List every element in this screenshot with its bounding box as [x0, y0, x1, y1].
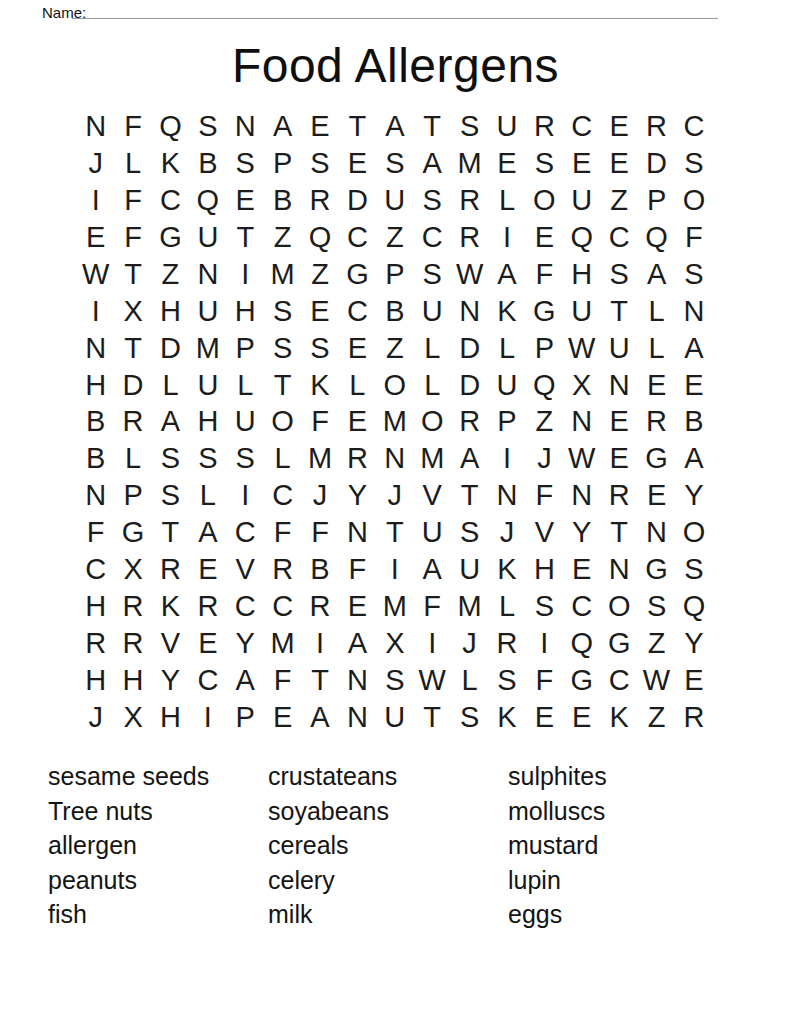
grid-cell-r4c10[interactable]: C — [414, 219, 451, 256]
grid-cell-r15c1[interactable]: R — [77, 625, 114, 662]
grid-cell-r16c6[interactable]: F — [264, 662, 301, 699]
grid-cell-r12c16[interactable]: N — [638, 514, 675, 551]
grid-cell-r3c13[interactable]: O — [526, 182, 563, 219]
word-list-item: sulphites — [508, 759, 607, 794]
grid-cell-r10c16[interactable]: G — [638, 440, 675, 477]
grid-cell-r1c2[interactable]: F — [114, 108, 151, 145]
grid-cell-r11c15[interactable]: R — [600, 477, 637, 514]
grid-cell-r5c13[interactable]: F — [526, 256, 563, 293]
grid-cell-r11c17[interactable]: Y — [675, 477, 712, 514]
grid-cell-r2c11[interactable]: M — [451, 145, 488, 182]
grid-cell-r4c8[interactable]: C — [339, 219, 376, 256]
grid-cell-r9c6[interactable]: O — [264, 404, 301, 441]
grid-cell-r10c5[interactable]: S — [227, 440, 264, 477]
grid-cell-r11c11[interactable]: T — [451, 477, 488, 514]
grid-cell-r15c5[interactable]: Y — [227, 625, 264, 662]
grid-cell-r15c8[interactable]: A — [339, 625, 376, 662]
grid-cell-r13c14[interactable]: E — [563, 551, 600, 588]
grid-cell-r16c13[interactable]: F — [526, 662, 563, 699]
grid-cell-r10c9[interactable]: N — [376, 440, 413, 477]
grid-cell-r5c12[interactable]: A — [488, 256, 525, 293]
grid-cell-r17c13[interactable]: E — [526, 699, 563, 736]
grid-cell-r15c17[interactable]: Y — [675, 625, 712, 662]
grid-cell-r11c16[interactable]: E — [638, 477, 675, 514]
grid-cell-r13c7[interactable]: B — [301, 551, 338, 588]
grid-cell-r7c14[interactable]: W — [563, 330, 600, 367]
grid-cell-r17c14[interactable]: E — [563, 699, 600, 736]
grid-cell-r12c5[interactable]: C — [227, 514, 264, 551]
grid-cell-r8c5[interactable]: L — [227, 367, 264, 404]
grid-cell-r14c6[interactable]: C — [264, 588, 301, 625]
grid-cell-r12c17[interactable]: O — [675, 514, 712, 551]
grid-cell-r5c2[interactable]: T — [114, 256, 151, 293]
grid-cell-r8c16[interactable]: E — [638, 367, 675, 404]
grid-cell-r6c15[interactable]: T — [600, 293, 637, 330]
grid-cell-r2c6[interactable]: P — [264, 145, 301, 182]
grid-cell-r11c10[interactable]: V — [414, 477, 451, 514]
grid-cell-r3c8[interactable]: D — [339, 182, 376, 219]
grid-cell-r7c8[interactable]: E — [339, 330, 376, 367]
grid-cell-r1c11[interactable]: S — [451, 108, 488, 145]
grid-cell-r1c7[interactable]: E — [301, 108, 338, 145]
grid-cell-r13c2[interactable]: X — [114, 551, 151, 588]
grid-cell-r4c13[interactable]: E — [526, 219, 563, 256]
grid-cell-r6c14[interactable]: U — [563, 293, 600, 330]
name-input-line[interactable] — [72, 18, 718, 19]
grid-cell-r17c10[interactable]: T — [414, 699, 451, 736]
grid-cell-r11c6[interactable]: C — [264, 477, 301, 514]
grid-cell-r10c13[interactable]: J — [526, 440, 563, 477]
grid-cell-r16c11[interactable]: L — [451, 662, 488, 699]
grid-cell-r2c7[interactable]: S — [301, 145, 338, 182]
grid-cell-r10c6[interactable]: L — [264, 440, 301, 477]
grid-cell-r9c13[interactable]: Z — [526, 404, 563, 441]
grid-cell-r17c1[interactable]: J — [77, 699, 114, 736]
grid-cell-r3c16[interactable]: P — [638, 182, 675, 219]
grid-cell-r5c17[interactable]: S — [675, 256, 712, 293]
grid-cell-r15c7[interactable]: I — [301, 625, 338, 662]
grid-cell-r5c15[interactable]: S — [600, 256, 637, 293]
grid-cell-r5c5[interactable]: I — [227, 256, 264, 293]
grid-cell-r17c11[interactable]: S — [451, 699, 488, 736]
grid-cell-r6c13[interactable]: G — [526, 293, 563, 330]
grid-cell-r4c2[interactable]: F — [114, 219, 151, 256]
grid-cell-r9c14[interactable]: N — [563, 404, 600, 441]
grid-cell-r6c4[interactable]: U — [189, 293, 226, 330]
grid-cell-r16c17[interactable]: E — [675, 662, 712, 699]
word-list-item: fish — [48, 897, 268, 932]
grid-cell-r4c17[interactable]: F — [675, 219, 712, 256]
grid-cell-r1c5[interactable]: N — [227, 108, 264, 145]
grid-cell-r12c1[interactable]: F — [77, 514, 114, 551]
grid-cell-r4c5[interactable]: T — [227, 219, 264, 256]
grid-cell-r5c4[interactable]: N — [189, 256, 226, 293]
grid-cell-r14c2[interactable]: R — [114, 588, 151, 625]
grid-cell-r9c15[interactable]: E — [600, 404, 637, 441]
grid-cell-r6c12[interactable]: K — [488, 293, 525, 330]
grid-cell-r9c5[interactable]: U — [227, 404, 264, 441]
grid-cell-r13c10[interactable]: A — [414, 551, 451, 588]
grid-cell-r11c9[interactable]: J — [376, 477, 413, 514]
grid-cell-r6c1[interactable]: I — [77, 293, 114, 330]
grid-cell-r8c15[interactable]: N — [600, 367, 637, 404]
grid-cell-r3c17[interactable]: O — [675, 182, 712, 219]
grid-cell-r7c2[interactable]: T — [114, 330, 151, 367]
grid-cell-r9c1[interactable]: B — [77, 404, 114, 441]
grid-cell-r1c8[interactable]: T — [339, 108, 376, 145]
grid-cell-r17c5[interactable]: P — [227, 699, 264, 736]
grid-cell-r12c9[interactable]: T — [376, 514, 413, 551]
grid-cell-r3c5[interactable]: E — [227, 182, 264, 219]
grid-cell-r10c12[interactable]: I — [488, 440, 525, 477]
grid-cell-r11c7[interactable]: J — [301, 477, 338, 514]
word-list-item: crustateans — [268, 759, 508, 794]
grid-cell-r10c11[interactable]: A — [451, 440, 488, 477]
grid-cell-r14c16[interactable]: S — [638, 588, 675, 625]
grid-cell-r8c6[interactable]: T — [264, 367, 301, 404]
grid-cell-r8c7[interactable]: K — [301, 367, 338, 404]
grid-cell-r5c7[interactable]: Z — [301, 256, 338, 293]
grid-cell-r10c7[interactable]: M — [301, 440, 338, 477]
grid-cell-r17c6[interactable]: E — [264, 699, 301, 736]
grid-cell-r15c6[interactable]: M — [264, 625, 301, 662]
grid-cell-r1c10[interactable]: T — [414, 108, 451, 145]
word-list-item: cereals — [268, 828, 508, 863]
grid-cell-r17c16[interactable]: Z — [638, 699, 675, 736]
grid-cell-r4c16[interactable]: Q — [638, 219, 675, 256]
grid-cell-r5c1[interactable]: W — [77, 256, 114, 293]
grid-cell-r16c7[interactable]: T — [301, 662, 338, 699]
word-list-item: celery — [268, 863, 508, 898]
grid-cell-r14c3[interactable]: K — [152, 588, 189, 625]
grid-cell-r2c15[interactable]: E — [600, 145, 637, 182]
grid-cell-r15c3[interactable]: V — [152, 625, 189, 662]
grid-cell-r3c4[interactable]: Q — [189, 182, 226, 219]
grid-cell-r8c3[interactable]: L — [152, 367, 189, 404]
grid-cell-r7c15[interactable]: U — [600, 330, 637, 367]
grid-cell-r16c8[interactable]: N — [339, 662, 376, 699]
grid-cell-r7c12[interactable]: L — [488, 330, 525, 367]
grid-cell-r10c1[interactable]: B — [77, 440, 114, 477]
grid-cell-r8c1[interactable]: H — [77, 367, 114, 404]
grid-cell-r3c3[interactable]: C — [152, 182, 189, 219]
grid-cell-r5c16[interactable]: A — [638, 256, 675, 293]
grid-cell-r15c10[interactable]: I — [414, 625, 451, 662]
grid-cell-r13c13[interactable]: H — [526, 551, 563, 588]
grid-cell-r10c10[interactable]: M — [414, 440, 451, 477]
grid-cell-r9c16[interactable]: R — [638, 404, 675, 441]
grid-cell-r9c9[interactable]: M — [376, 404, 413, 441]
grid-cell-r4c15[interactable]: C — [600, 219, 637, 256]
grid-cell-r8c14[interactable]: X — [563, 367, 600, 404]
grid-cell-r15c11[interactable]: J — [451, 625, 488, 662]
grid-cell-r1c1[interactable]: N — [77, 108, 114, 145]
word-list-item: milk — [268, 897, 508, 932]
grid-cell-r6c2[interactable]: X — [114, 293, 151, 330]
grid-cell-r4c9[interactable]: Z — [376, 219, 413, 256]
grid-cell-r13c1[interactable]: C — [77, 551, 114, 588]
grid-cell-r1c4[interactable]: S — [189, 108, 226, 145]
grid-cell-r5c11[interactable]: W — [451, 256, 488, 293]
grid-cell-r16c2[interactable]: H — [114, 662, 151, 699]
grid-cell-r7c10[interactable]: L — [414, 330, 451, 367]
grid-cell-r14c11[interactable]: M — [451, 588, 488, 625]
word-list: sesame seedsTree nutsallergenpeanutsfish… — [48, 759, 607, 932]
grid-cell-r11c14[interactable]: N — [563, 477, 600, 514]
grid-cell-r9c4[interactable]: H — [189, 404, 226, 441]
grid-cell-r2c12[interactable]: E — [488, 145, 525, 182]
grid-cell-r10c8[interactable]: R — [339, 440, 376, 477]
grid-cell-r13c6[interactable]: R — [264, 551, 301, 588]
grid-cell-r1c17[interactable]: C — [675, 108, 712, 145]
grid-cell-r1c6[interactable]: A — [264, 108, 301, 145]
grid-cell-r6c9[interactable]: B — [376, 293, 413, 330]
grid-cell-r9c17[interactable]: B — [675, 404, 712, 441]
grid-cell-r15c15[interactable]: G — [600, 625, 637, 662]
grid-cell-r9c11[interactable]: R — [451, 404, 488, 441]
grid-cell-r4c4[interactable]: U — [189, 219, 226, 256]
grid-cell-r13c4[interactable]: E — [189, 551, 226, 588]
grid-cell-r6c3[interactable]: H — [152, 293, 189, 330]
grid-cell-r11c12[interactable]: N — [488, 477, 525, 514]
grid-cell-r17c17[interactable]: R — [675, 699, 712, 736]
grid-cell-r8c12[interactable]: U — [488, 367, 525, 404]
grid-cell-r2c14[interactable]: E — [563, 145, 600, 182]
grid-cell-r8c9[interactable]: O — [376, 367, 413, 404]
grid-cell-r17c15[interactable]: K — [600, 699, 637, 736]
grid-cell-r2c3[interactable]: K — [152, 145, 189, 182]
grid-cell-r10c14[interactable]: W — [563, 440, 600, 477]
grid-cell-r15c9[interactable]: X — [376, 625, 413, 662]
grid-cell-r3c2[interactable]: F — [114, 182, 151, 219]
grid-cell-r7c13[interactable]: P — [526, 330, 563, 367]
grid-cell-r3c9[interactable]: U — [376, 182, 413, 219]
grid-cell-r12c12[interactable]: J — [488, 514, 525, 551]
grid-cell-r16c12[interactable]: S — [488, 662, 525, 699]
grid-cell-r17c3[interactable]: H — [152, 699, 189, 736]
grid-cell-r11c3[interactable]: S — [152, 477, 189, 514]
grid-cell-r5c14[interactable]: H — [563, 256, 600, 293]
grid-cell-r13c17[interactable]: S — [675, 551, 712, 588]
grid-cell-r7c1[interactable]: N — [77, 330, 114, 367]
grid-cell-r14c13[interactable]: S — [526, 588, 563, 625]
grid-cell-r14c10[interactable]: F — [414, 588, 451, 625]
grid-cell-r11c1[interactable]: N — [77, 477, 114, 514]
grid-cell-r12c10[interactable]: U — [414, 514, 451, 551]
grid-cell-r13c5[interactable]: V — [227, 551, 264, 588]
grid-cell-r15c2[interactable]: R — [114, 625, 151, 662]
grid-cell-r5c8[interactable]: G — [339, 256, 376, 293]
grid-cell-r14c14[interactable]: C — [563, 588, 600, 625]
grid-cell-r13c12[interactable]: K — [488, 551, 525, 588]
grid-cell-r3c10[interactable]: S — [414, 182, 451, 219]
grid-cell-r14c4[interactable]: R — [189, 588, 226, 625]
word-list-item: sesame seeds — [48, 759, 268, 794]
grid-cell-r15c4[interactable]: E — [189, 625, 226, 662]
grid-cell-r1c16[interactable]: R — [638, 108, 675, 145]
grid-cell-r3c1[interactable]: I — [77, 182, 114, 219]
grid-cell-r6c11[interactable]: N — [451, 293, 488, 330]
grid-cell-r15c14[interactable]: Q — [563, 625, 600, 662]
grid-cell-r12c13[interactable]: V — [526, 514, 563, 551]
grid-cell-r11c8[interactable]: Y — [339, 477, 376, 514]
word-list-column-2: crustateanssoyabeanscerealscelerymilk — [268, 759, 508, 932]
grid-cell-r10c3[interactable]: S — [152, 440, 189, 477]
grid-cell-r5c9[interactable]: P — [376, 256, 413, 293]
grid-cell-r6c16[interactable]: L — [638, 293, 675, 330]
grid-cell-r14c12[interactable]: L — [488, 588, 525, 625]
grid-cell-r8c17[interactable]: E — [675, 367, 712, 404]
grid-cell-r11c13[interactable]: F — [526, 477, 563, 514]
grid-cell-r2c5[interactable]: S — [227, 145, 264, 182]
grid-cell-r9c7[interactable]: F — [301, 404, 338, 441]
grid-cell-r8c2[interactable]: D — [114, 367, 151, 404]
grid-cell-r10c17[interactable]: A — [675, 440, 712, 477]
grid-cell-r12c3[interactable]: T — [152, 514, 189, 551]
grid-cell-r2c1[interactable]: J — [77, 145, 114, 182]
grid-cell-r12c2[interactable]: G — [114, 514, 151, 551]
grid-cell-r7c11[interactable]: D — [451, 330, 488, 367]
grid-cell-r17c8[interactable]: N — [339, 699, 376, 736]
grid-cell-r14c15[interactable]: O — [600, 588, 637, 625]
grid-cell-r14c7[interactable]: R — [301, 588, 338, 625]
grid-cell-r2c9[interactable]: S — [376, 145, 413, 182]
grid-cell-r7c17[interactable]: A — [675, 330, 712, 367]
grid-cell-r9c8[interactable]: E — [339, 404, 376, 441]
grid-cell-r2c17[interactable]: S — [675, 145, 712, 182]
grid-cell-r11c2[interactable]: P — [114, 477, 151, 514]
grid-cell-r9c10[interactable]: O — [414, 404, 451, 441]
grid-cell-r8c13[interactable]: Q — [526, 367, 563, 404]
grid-cell-r16c5[interactable]: A — [227, 662, 264, 699]
word-list-item: mustard — [508, 828, 607, 863]
grid-cell-r1c12[interactable]: U — [488, 108, 525, 145]
grid-cell-r1c13[interactable]: R — [526, 108, 563, 145]
grid-cell-r15c13[interactable]: I — [526, 625, 563, 662]
grid-cell-r13c3[interactable]: R — [152, 551, 189, 588]
grid-cell-r14c5[interactable]: C — [227, 588, 264, 625]
grid-cell-r12c8[interactable]: N — [339, 514, 376, 551]
grid-cell-r3c15[interactable]: Z — [600, 182, 637, 219]
grid-cell-r2c4[interactable]: B — [189, 145, 226, 182]
grid-cell-r16c10[interactable]: W — [414, 662, 451, 699]
grid-cell-r12c14[interactable]: Y — [563, 514, 600, 551]
grid-cell-r7c9[interactable]: Z — [376, 330, 413, 367]
grid-cell-r6c7[interactable]: E — [301, 293, 338, 330]
grid-cell-r15c16[interactable]: Z — [638, 625, 675, 662]
grid-cell-r16c1[interactable]: H — [77, 662, 114, 699]
grid-cell-r2c10[interactable]: A — [414, 145, 451, 182]
grid-cell-r15c12[interactable]: R — [488, 625, 525, 662]
grid-cell-r16c4[interactable]: C — [189, 662, 226, 699]
grid-cell-r13c9[interactable]: I — [376, 551, 413, 588]
grid-cell-r5c6[interactable]: M — [264, 256, 301, 293]
grid-cell-r4c1[interactable]: E — [77, 219, 114, 256]
grid-cell-r6c10[interactable]: U — [414, 293, 451, 330]
grid-cell-r2c16[interactable]: D — [638, 145, 675, 182]
grid-cell-r13c8[interactable]: F — [339, 551, 376, 588]
grid-cell-r4c3[interactable]: G — [152, 219, 189, 256]
grid-cell-r4c6[interactable]: Z — [264, 219, 301, 256]
grid-cell-r2c8[interactable]: E — [339, 145, 376, 182]
grid-cell-r12c11[interactable]: S — [451, 514, 488, 551]
grid-cell-r3c6[interactable]: B — [264, 182, 301, 219]
grid-cell-r14c1[interactable]: H — [77, 588, 114, 625]
grid-cell-r5c3[interactable]: Z — [152, 256, 189, 293]
grid-cell-r13c11[interactable]: U — [451, 551, 488, 588]
grid-cell-r9c12[interactable]: P — [488, 404, 525, 441]
grid-cell-r16c15[interactable]: C — [600, 662, 637, 699]
grid-cell-r3c14[interactable]: U — [563, 182, 600, 219]
grid-cell-r2c2[interactable]: L — [114, 145, 151, 182]
grid-cell-r6c17[interactable]: N — [675, 293, 712, 330]
grid-cell-r7c6[interactable]: S — [264, 330, 301, 367]
grid-cell-r8c10[interactable]: L — [414, 367, 451, 404]
grid-cell-r5c10[interactable]: S — [414, 256, 451, 293]
grid-cell-r10c15[interactable]: E — [600, 440, 637, 477]
grid-cell-r3c11[interactable]: R — [451, 182, 488, 219]
grid-cell-r8c8[interactable]: L — [339, 367, 376, 404]
grid-cell-r14c17[interactable]: Q — [675, 588, 712, 625]
grid-cell-r8c11[interactable]: D — [451, 367, 488, 404]
grid-cell-r7c3[interactable]: D — [152, 330, 189, 367]
grid-cell-r4c14[interactable]: Q — [563, 219, 600, 256]
grid-cell-r17c12[interactable]: K — [488, 699, 525, 736]
grid-cell-r8c4[interactable]: U — [189, 367, 226, 404]
grid-cell-r10c2[interactable]: L — [114, 440, 151, 477]
grid-cell-r6c6[interactable]: S — [264, 293, 301, 330]
grid-cell-r4c11[interactable]: R — [451, 219, 488, 256]
grid-cell-r17c2[interactable]: X — [114, 699, 151, 736]
grid-cell-r14c8[interactable]: E — [339, 588, 376, 625]
grid-cell-r16c9[interactable]: S — [376, 662, 413, 699]
grid-cell-r13c15[interactable]: N — [600, 551, 637, 588]
grid-cell-r11c5[interactable]: I — [227, 477, 264, 514]
grid-cell-r7c4[interactable]: M — [189, 330, 226, 367]
grid-cell-r4c12[interactable]: I — [488, 219, 525, 256]
grid-cell-r16c16[interactable]: W — [638, 662, 675, 699]
grid-cell-r11c4[interactable]: L — [189, 477, 226, 514]
grid-cell-r1c9[interactable]: A — [376, 108, 413, 145]
grid-cell-r1c3[interactable]: Q — [152, 108, 189, 145]
grid-cell-r13c16[interactable]: G — [638, 551, 675, 588]
grid-cell-r3c7[interactable]: R — [301, 182, 338, 219]
grid-cell-r6c5[interactable]: H — [227, 293, 264, 330]
grid-cell-r2c13[interactable]: S — [526, 145, 563, 182]
grid-cell-r12c15[interactable]: T — [600, 514, 637, 551]
grid-cell-r7c5[interactable]: P — [227, 330, 264, 367]
grid-cell-r1c14[interactable]: C — [563, 108, 600, 145]
grid-cell-r7c16[interactable]: L — [638, 330, 675, 367]
grid-cell-r1c15[interactable]: E — [600, 108, 637, 145]
grid-cell-r12c4[interactable]: A — [189, 514, 226, 551]
grid-cell-r7c7[interactable]: S — [301, 330, 338, 367]
grid-cell-r4c7[interactable]: Q — [301, 219, 338, 256]
grid-cell-r10c4[interactable]: S — [189, 440, 226, 477]
grid-cell-r16c14[interactable]: G — [563, 662, 600, 699]
grid-cell-r16c3[interactable]: Y — [152, 662, 189, 699]
grid-cell-r17c7[interactable]: A — [301, 699, 338, 736]
grid-cell-r6c8[interactable]: C — [339, 293, 376, 330]
grid-cell-r17c4[interactable]: I — [189, 699, 226, 736]
grid-cell-r12c6[interactable]: F — [264, 514, 301, 551]
grid-cell-r3c12[interactable]: L — [488, 182, 525, 219]
grid-cell-r9c2[interactable]: R — [114, 404, 151, 441]
grid-cell-r9c3[interactable]: A — [152, 404, 189, 441]
grid-cell-r12c7[interactable]: F — [301, 514, 338, 551]
grid-cell-r14c9[interactable]: M — [376, 588, 413, 625]
grid-cell-r17c9[interactable]: U — [376, 699, 413, 736]
